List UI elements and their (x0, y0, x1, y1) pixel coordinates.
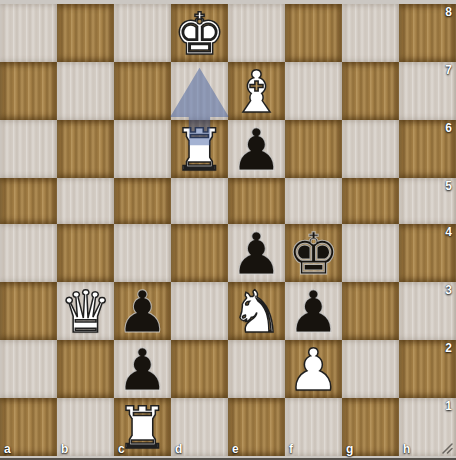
square-f6[interactable] (285, 120, 342, 178)
square-f5[interactable] (285, 178, 342, 224)
piece-black-pawn-e6[interactable]: ♟ (231, 121, 283, 179)
resize-handle-icon[interactable] (440, 441, 453, 454)
coord-rank-3: 3 (445, 283, 452, 297)
square-b4[interactable] (57, 224, 114, 282)
square-c4[interactable] (114, 224, 171, 282)
square-e8[interactable] (228, 4, 285, 62)
square-a4[interactable] (0, 224, 57, 282)
square-e6[interactable]: ♟ (228, 120, 285, 178)
square-g2[interactable] (342, 340, 399, 398)
square-f1[interactable]: f (285, 398, 342, 456)
square-b6[interactable] (57, 120, 114, 178)
square-c5[interactable] (114, 178, 171, 224)
square-a1[interactable]: a (0, 398, 57, 456)
square-h3[interactable]: 3 (399, 282, 456, 340)
square-b2[interactable] (57, 340, 114, 398)
coord-file-h: h (403, 442, 410, 456)
square-f2[interactable]: ♟ (285, 340, 342, 398)
piece-black-pawn-e4[interactable]: ♟ (231, 225, 283, 283)
piece-black-pawn-c3[interactable]: ♟ (117, 283, 169, 341)
square-d3[interactable] (171, 282, 228, 340)
piece-black-pawn-c2[interactable]: ♟ (117, 341, 169, 399)
square-d1[interactable]: d (171, 398, 228, 456)
square-c2[interactable]: ♟ (114, 340, 171, 398)
square-a3[interactable] (0, 282, 57, 340)
square-d7[interactable] (171, 62, 228, 120)
square-f3[interactable]: ♟ (285, 282, 342, 340)
square-a7[interactable] (0, 62, 57, 120)
square-h6[interactable]: 6 (399, 120, 456, 178)
square-d8[interactable]: ♚ (171, 4, 228, 62)
coord-rank-1: 1 (445, 399, 452, 413)
piece-black-king-f4[interactable]: ♚ (288, 225, 340, 283)
square-c1[interactable]: c♜ (114, 398, 171, 456)
square-a2[interactable] (0, 340, 57, 398)
square-b3[interactable]: ♛ (57, 282, 114, 340)
square-b1[interactable]: b (57, 398, 114, 456)
piece-white-bishop-e7[interactable]: ♝ (231, 63, 283, 121)
coord-file-c: c (118, 442, 125, 456)
square-d5[interactable] (171, 178, 228, 224)
square-e4[interactable]: ♟ (228, 224, 285, 282)
chess-board[interactable]: ♚8♝7♜♟65♟♚4♛♟♞♟3♟♟2abc♜defg1h (0, 4, 456, 456)
coord-rank-8: 8 (445, 5, 452, 19)
coord-file-g: g (346, 442, 353, 456)
square-a5[interactable] (0, 178, 57, 224)
square-h2[interactable]: 2 (399, 340, 456, 398)
square-f8[interactable] (285, 4, 342, 62)
piece-white-queen-b3[interactable]: ♛ (60, 283, 112, 341)
coord-rank-5: 5 (445, 179, 452, 193)
square-d6[interactable]: ♜ (171, 120, 228, 178)
square-f4[interactable]: ♚ (285, 224, 342, 282)
square-g7[interactable] (342, 62, 399, 120)
square-d2[interactable] (171, 340, 228, 398)
coord-file-f: f (289, 442, 293, 456)
piece-white-rook-d6[interactable]: ♜ (174, 121, 226, 179)
square-e5[interactable] (228, 178, 285, 224)
square-g8[interactable] (342, 4, 399, 62)
square-g3[interactable] (342, 282, 399, 340)
square-e7[interactable]: ♝ (228, 62, 285, 120)
square-d4[interactable] (171, 224, 228, 282)
square-f7[interactable] (285, 62, 342, 120)
square-g5[interactable] (342, 178, 399, 224)
square-g4[interactable] (342, 224, 399, 282)
coord-rank-6: 6 (445, 121, 452, 135)
square-b7[interactable] (57, 62, 114, 120)
coord-file-b: b (61, 442, 68, 456)
square-h7[interactable]: 7 (399, 62, 456, 120)
coord-file-d: d (175, 442, 182, 456)
piece-white-pawn-f2[interactable]: ♟ (288, 341, 340, 399)
square-h4[interactable]: 4 (399, 224, 456, 282)
coord-file-a: a (4, 442, 11, 456)
piece-white-knight-e3[interactable]: ♞ (231, 283, 283, 341)
coord-rank-2: 2 (445, 341, 452, 355)
piece-white-king-d8[interactable]: ♚ (174, 5, 226, 63)
square-a8[interactable] (0, 4, 57, 62)
square-c3[interactable]: ♟ (114, 282, 171, 340)
square-c7[interactable] (114, 62, 171, 120)
square-g6[interactable] (342, 120, 399, 178)
square-b8[interactable] (57, 4, 114, 62)
square-e3[interactable]: ♞ (228, 282, 285, 340)
coord-file-e: e (232, 442, 239, 456)
square-h8[interactable]: 8 (399, 4, 456, 62)
square-b5[interactable] (57, 178, 114, 224)
square-c8[interactable] (114, 4, 171, 62)
coord-rank-7: 7 (445, 63, 452, 77)
board-panel: ♚8♝7♜♟65♟♚4♛♟♞♟3♟♟2abc♜defg1h (0, 0, 456, 460)
square-h5[interactable]: 5 (399, 178, 456, 224)
piece-black-pawn-f3[interactable]: ♟ (288, 283, 340, 341)
square-a6[interactable] (0, 120, 57, 178)
square-g1[interactable]: g (342, 398, 399, 456)
coord-rank-4: 4 (445, 225, 452, 239)
square-e1[interactable]: e (228, 398, 285, 456)
square-e2[interactable] (228, 340, 285, 398)
square-c6[interactable] (114, 120, 171, 178)
